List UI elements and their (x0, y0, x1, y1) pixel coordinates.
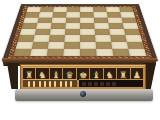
lying-white-pawn (44, 81, 46, 87)
chess-set-photo: ♜♞♝♛♚♝♞♜♟ (0, 0, 160, 120)
chess-board (2, 4, 158, 61)
black-piece-compartment[interactable] (79, 79, 143, 87)
board-square[interactable] (96, 42, 113, 49)
lying-white-pawn (33, 81, 35, 87)
storage-drawer[interactable]: ♜♞♝♛♚♝♞♜♟ (20, 64, 146, 90)
board-square[interactable] (13, 49, 31, 57)
lying-black-piece (88, 82, 92, 86)
board-square[interactable] (16, 42, 34, 49)
lying-black-piece (94, 82, 98, 86)
board-square[interactable] (111, 42, 128, 49)
board-square[interactable] (48, 42, 65, 49)
chess-board-grid (12, 7, 147, 57)
lying-black-piece (82, 82, 86, 86)
board-square[interactable] (63, 49, 80, 57)
lying-black-piece (106, 82, 110, 86)
board-square[interactable] (47, 49, 64, 57)
board-square[interactable] (32, 42, 49, 49)
lying-black-piece (100, 82, 104, 86)
board-square[interactable] (80, 42, 96, 49)
lying-white-pawn (54, 81, 56, 87)
drawer-front[interactable] (15, 89, 153, 101)
board-square[interactable] (96, 49, 113, 57)
white-pawn-compartment[interactable] (23, 79, 77, 87)
lying-white-pawn (49, 81, 51, 87)
lying-white-pawn (39, 81, 41, 87)
board-square[interactable] (64, 42, 80, 49)
drawer-knob[interactable] (80, 91, 86, 97)
lying-white-pawn (60, 81, 62, 87)
board-square[interactable] (30, 49, 48, 57)
board-square[interactable] (112, 49, 130, 57)
board-square[interactable] (80, 49, 97, 57)
box-side-left (7, 63, 18, 89)
drawer-lower-row (23, 79, 143, 87)
board-square[interactable] (127, 42, 145, 49)
lying-white-pawn (65, 81, 67, 87)
board-trim-inlay (8, 6, 152, 59)
lying-black-piece (112, 82, 116, 86)
board-square[interactable] (128, 49, 146, 57)
lying-white-pawn (28, 81, 30, 87)
lying-white-pawn (70, 81, 72, 87)
